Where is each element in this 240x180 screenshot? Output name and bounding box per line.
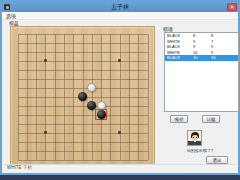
- star-point: [118, 59, 120, 61]
- star-point: [118, 131, 120, 133]
- move-row[interactable]: BLACK1010: [165, 55, 238, 61]
- move-cell: 7: [211, 39, 238, 44]
- grid-line-h: [18, 151, 148, 152]
- move-cell: BLACK: [167, 33, 193, 38]
- move-cell: WHITE: [167, 50, 193, 55]
- move-row[interactable]: BLACK88: [165, 33, 238, 39]
- move-cell: 10: [193, 55, 211, 60]
- menubar: 选项: [2, 12, 238, 20]
- move-cell: WHITE: [167, 39, 193, 44]
- move-cell: 8: [193, 33, 211, 38]
- grid-line-h: [18, 142, 148, 143]
- player-avatar: [187, 130, 202, 146]
- move-cell: 9: [211, 50, 238, 55]
- move-cell: 8: [211, 33, 238, 38]
- close-button[interactable]: ✕: [227, 3, 237, 11]
- move-cell: 9: [193, 39, 211, 44]
- move-list[interactable]: BLACK88WHITE97BLACK99WHITE109BLACK1010: [164, 32, 239, 112]
- turn-prompt: 轮到你走棋了?: [160, 148, 240, 153]
- avatar-collar: [194, 140, 197, 142]
- move-cell: 10: [211, 55, 238, 60]
- statusbar: WHITE 下棋: [4, 164, 236, 172]
- window-title: 五子棋: [2, 3, 238, 11]
- menu-item-options[interactable]: 选项: [2, 13, 20, 19]
- move-row[interactable]: BLACK99: [165, 44, 238, 50]
- app-window: 五子棋 ✕ 选项 棋盘 棋谱 BLACK88WHITE97BLACK99WHIT…: [0, 0, 240, 175]
- move-cell: 9: [193, 44, 211, 49]
- move-row[interactable]: WHITE97: [165, 39, 238, 45]
- move-cell: 10: [193, 50, 211, 55]
- move-cell: BLACK: [167, 55, 193, 60]
- titlebar[interactable]: 五子棋 ✕: [2, 2, 238, 12]
- black-stone: [78, 92, 87, 101]
- star-point: [44, 131, 46, 133]
- avatar-eyes: [193, 137, 197, 138]
- move-row[interactable]: WHITE109: [165, 50, 238, 56]
- gomoku-board[interactable]: [10, 26, 155, 167]
- grid-line-v: [148, 34, 149, 160]
- resign-button[interactable]: 认输: [202, 115, 220, 123]
- star-point: [44, 59, 46, 61]
- move-cell: BLACK: [167, 44, 193, 49]
- move-cell: 9: [211, 44, 238, 49]
- status-text: WHITE 下棋: [7, 165, 32, 170]
- bottom-window-edge: [0, 175, 240, 180]
- white-stone: [87, 83, 96, 92]
- watermark: [185, 173, 235, 176]
- board-section-label: 棋盘: [9, 20, 19, 26]
- undo-button[interactable]: 悔棋: [170, 115, 188, 123]
- grid-line-h: [18, 160, 148, 161]
- grid-line-v: [138, 34, 139, 160]
- black-stone: [97, 110, 106, 119]
